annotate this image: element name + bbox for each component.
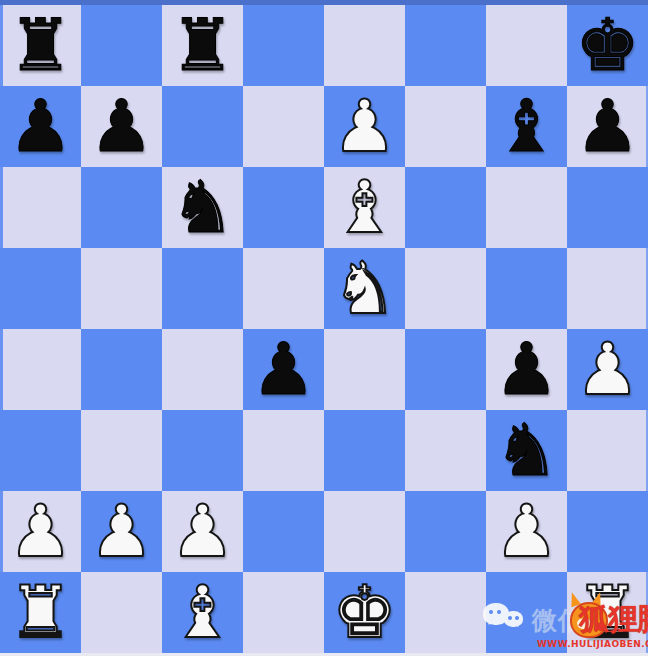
square-b7[interactable]: ♟	[81, 86, 162, 167]
white-pawn[interactable]: ♟	[8, 491, 73, 572]
square-h2[interactable]	[567, 491, 648, 572]
square-b2[interactable]: ♟	[81, 491, 162, 572]
square-d4[interactable]: ♟	[243, 329, 324, 410]
square-c3[interactable]	[162, 410, 243, 491]
square-b8[interactable]	[81, 5, 162, 86]
square-f1[interactable]	[405, 572, 486, 653]
white-pawn[interactable]: ♟	[170, 491, 235, 572]
square-a2[interactable]: ♟	[0, 491, 81, 572]
square-g8[interactable]	[486, 5, 567, 86]
white-pawn[interactable]: ♟	[89, 491, 154, 572]
white-pawn[interactable]: ♟	[494, 491, 559, 572]
square-d3[interactable]	[243, 410, 324, 491]
square-a4[interactable]	[0, 329, 81, 410]
square-f5[interactable]	[405, 248, 486, 329]
chess-board: ♜♜♚♟♟♟♝♟♞♝♞♟♟♟♞♟♟♟♟♜♝♚♜	[0, 5, 648, 653]
square-h1[interactable]: ♜	[567, 572, 648, 653]
square-h5[interactable]	[567, 248, 648, 329]
black-rook[interactable]: ♜	[170, 5, 235, 86]
square-d7[interactable]	[243, 86, 324, 167]
white-rook[interactable]: ♜	[575, 572, 640, 653]
square-e6[interactable]: ♝	[324, 167, 405, 248]
square-d5[interactable]	[243, 248, 324, 329]
white-knight[interactable]: ♞	[332, 248, 397, 329]
black-pawn[interactable]: ♟	[8, 86, 73, 167]
square-b4[interactable]	[81, 329, 162, 410]
white-bishop[interactable]: ♝	[332, 167, 397, 248]
square-f7[interactable]	[405, 86, 486, 167]
square-c2[interactable]: ♟	[162, 491, 243, 572]
square-c7[interactable]	[162, 86, 243, 167]
white-bishop[interactable]: ♝	[170, 572, 235, 653]
square-a3[interactable]	[0, 410, 81, 491]
chess-app-window: ♜♜♚♟♟♟♝♟♞♝♞♟♟♟♞♟♟♟♟♜♝♚♜ 微信号 狐狸脚本 WWW.HUL…	[0, 0, 648, 656]
square-f6[interactable]	[405, 167, 486, 248]
square-g5[interactable]	[486, 248, 567, 329]
square-b6[interactable]	[81, 167, 162, 248]
square-h6[interactable]	[567, 167, 648, 248]
white-king[interactable]: ♚	[332, 572, 397, 653]
square-d2[interactable]	[243, 491, 324, 572]
square-h3[interactable]	[567, 410, 648, 491]
square-c8[interactable]: ♜	[162, 5, 243, 86]
black-pawn[interactable]: ♟	[575, 86, 640, 167]
square-g7[interactable]: ♝	[486, 86, 567, 167]
square-e5[interactable]: ♞	[324, 248, 405, 329]
square-h7[interactable]: ♟	[567, 86, 648, 167]
square-e3[interactable]	[324, 410, 405, 491]
square-g1[interactable]	[486, 572, 567, 653]
black-knight[interactable]: ♞	[494, 410, 559, 491]
black-pawn[interactable]: ♟	[89, 86, 154, 167]
black-pawn[interactable]: ♟	[251, 329, 316, 410]
black-knight[interactable]: ♞	[170, 167, 235, 248]
square-d1[interactable]	[243, 572, 324, 653]
square-b1[interactable]	[81, 572, 162, 653]
square-f2[interactable]	[405, 491, 486, 572]
square-e4[interactable]	[324, 329, 405, 410]
square-g3[interactable]: ♞	[486, 410, 567, 491]
square-d8[interactable]	[243, 5, 324, 86]
square-f4[interactable]	[405, 329, 486, 410]
square-c5[interactable]	[162, 248, 243, 329]
black-king[interactable]: ♚	[575, 5, 640, 86]
square-b5[interactable]	[81, 248, 162, 329]
black-rook[interactable]: ♜	[8, 5, 73, 86]
white-rook[interactable]: ♜	[8, 572, 73, 653]
square-e2[interactable]	[324, 491, 405, 572]
white-pawn[interactable]: ♟	[332, 86, 397, 167]
square-a6[interactable]	[0, 167, 81, 248]
square-f3[interactable]	[405, 410, 486, 491]
black-pawn[interactable]: ♟	[494, 329, 559, 410]
square-e1[interactable]: ♚	[324, 572, 405, 653]
square-e7[interactable]: ♟	[324, 86, 405, 167]
square-c4[interactable]	[162, 329, 243, 410]
black-bishop[interactable]: ♝	[494, 86, 559, 167]
square-g6[interactable]	[486, 167, 567, 248]
square-h8[interactable]: ♚	[567, 5, 648, 86]
white-pawn[interactable]: ♟	[575, 329, 640, 410]
square-a5[interactable]	[0, 248, 81, 329]
square-a7[interactable]: ♟	[0, 86, 81, 167]
square-g2[interactable]: ♟	[486, 491, 567, 572]
square-f8[interactable]	[405, 5, 486, 86]
square-c6[interactable]: ♞	[162, 167, 243, 248]
square-a8[interactable]: ♜	[0, 5, 81, 86]
square-a1[interactable]: ♜	[0, 572, 81, 653]
square-h4[interactable]: ♟	[567, 329, 648, 410]
square-e8[interactable]	[324, 5, 405, 86]
square-g4[interactable]: ♟	[486, 329, 567, 410]
square-b3[interactable]	[81, 410, 162, 491]
square-c1[interactable]: ♝	[162, 572, 243, 653]
square-d6[interactable]	[243, 167, 324, 248]
